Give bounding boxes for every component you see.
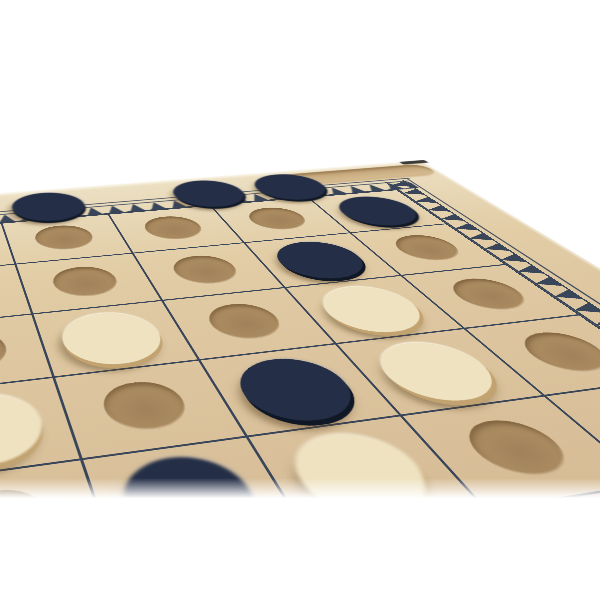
- light-piece[interactable]: ●: [0, 382, 47, 462]
- margin-dark-piece[interactable]: ●: [242, 170, 332, 199]
- playing-grid: ●●●●●●●●●: [0, 189, 600, 502]
- recess-hole: [509, 329, 600, 376]
- recess-hole: [384, 233, 470, 263]
- margin-dark-piece[interactable]: ●: [7, 188, 89, 220]
- product-photo: ●●●●●●●●● ●●●: [0, 0, 600, 600]
- recess-hole: [166, 253, 246, 286]
- recess-hole: [440, 276, 538, 313]
- recess-hole: [95, 378, 195, 435]
- recess-hole: [31, 224, 98, 252]
- light-piece[interactable]: ●: [53, 304, 168, 362]
- checker-glyph: ●: [0, 183, 98, 225]
- recess-hole: [199, 301, 290, 342]
- recess-hole: [138, 215, 209, 242]
- checker-glyph: ●: [43, 296, 181, 372]
- recess-hole: [452, 416, 585, 481]
- game-board: ●●●●●●●●● ●●●: [0, 161, 600, 502]
- margin-dark-piece[interactable]: ●: [163, 176, 251, 206]
- photo-scene: ●●●●●●●●● ●●●: [0, 0, 600, 502]
- photo-crop-fade: [0, 478, 600, 502]
- checker-glyph: ●: [0, 372, 60, 477]
- photo-lower-whitespace: [0, 500, 600, 600]
